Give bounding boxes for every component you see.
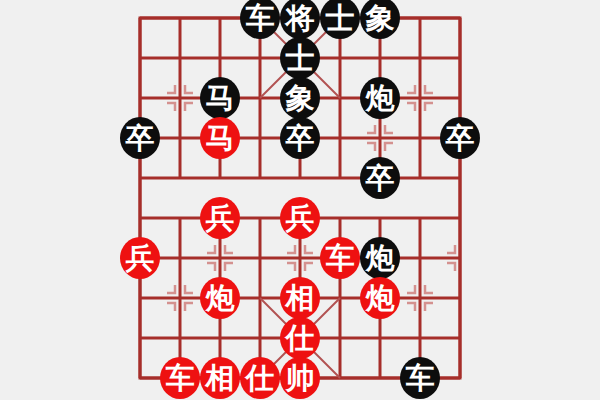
piece-black-soldier[interactable]: 卒 <box>440 117 480 159</box>
board-point: 士 <box>280 38 320 78</box>
piece-black-soldier[interactable]: 卒 <box>280 117 320 159</box>
board-point: 车 <box>160 358 200 398</box>
board-point: 象 <box>360 0 400 38</box>
piece-layer: 车将士象士马象炮卒马卒卒卒兵兵兵车炮炮相炮仕车相仕帅车 <box>120 0 480 398</box>
board-point: 车 <box>320 238 360 278</box>
board-point: 将 <box>280 0 320 38</box>
board-point: 相 <box>280 278 320 318</box>
board-point: 炮 <box>360 278 400 318</box>
piece-black-elephant[interactable]: 象 <box>360 0 400 39</box>
board-point: 帅 <box>280 358 320 398</box>
piece-black-soldier[interactable]: 卒 <box>120 117 160 159</box>
board-point: 仕 <box>280 318 320 358</box>
board-point: 炮 <box>360 238 400 278</box>
piece-black-advisor[interactable]: 士 <box>320 0 360 39</box>
board-point: 卒 <box>280 118 320 158</box>
piece-red-chariot[interactable]: 车 <box>320 237 360 279</box>
board-point: 兵 <box>120 238 160 278</box>
board-point: 炮 <box>360 78 400 118</box>
piece-red-advisor[interactable]: 仕 <box>240 357 280 399</box>
board-point: 兵 <box>280 198 320 238</box>
piece-black-horse[interactable]: 马 <box>200 77 240 119</box>
piece-red-advisor[interactable]: 仕 <box>280 317 320 359</box>
piece-black-cannon[interactable]: 炮 <box>360 77 400 119</box>
board-point: 炮 <box>200 278 240 318</box>
board-point: 仕 <box>240 358 280 398</box>
piece-black-elephant[interactable]: 象 <box>280 77 320 119</box>
board-point: 卒 <box>440 118 480 158</box>
piece-black-cannon[interactable]: 炮 <box>360 237 400 279</box>
piece-red-elephant[interactable]: 相 <box>280 277 320 319</box>
piece-red-cannon[interactable]: 炮 <box>360 277 400 319</box>
piece-red-soldier[interactable]: 兵 <box>280 197 320 239</box>
xiangqi-board: 车将士象士马象炮卒马卒卒卒兵兵兵车炮炮相炮仕车相仕帅车 <box>0 0 600 400</box>
board-point: 卒 <box>120 118 160 158</box>
board-point: 兵 <box>200 198 240 238</box>
board-point: 相 <box>200 358 240 398</box>
board-point: 车 <box>400 358 440 398</box>
piece-black-chariot[interactable]: 车 <box>240 0 280 39</box>
board-point: 马 <box>200 78 240 118</box>
piece-black-advisor[interactable]: 士 <box>280 37 320 79</box>
piece-black-general[interactable]: 将 <box>280 0 320 39</box>
piece-red-horse[interactable]: 马 <box>200 117 240 159</box>
piece-red-soldier[interactable]: 兵 <box>120 237 160 279</box>
board-point: 车 <box>240 0 280 38</box>
board-point: 卒 <box>360 158 400 198</box>
piece-black-chariot[interactable]: 车 <box>400 357 440 399</box>
piece-red-soldier[interactable]: 兵 <box>200 197 240 239</box>
piece-red-general[interactable]: 帅 <box>280 357 320 399</box>
piece-red-elephant[interactable]: 相 <box>200 357 240 399</box>
piece-black-soldier[interactable]: 卒 <box>360 157 400 199</box>
board-point: 士 <box>320 0 360 38</box>
piece-red-chariot[interactable]: 车 <box>160 357 200 399</box>
board-point: 象 <box>280 78 320 118</box>
piece-red-cannon[interactable]: 炮 <box>200 277 240 319</box>
board-point: 马 <box>200 118 240 158</box>
